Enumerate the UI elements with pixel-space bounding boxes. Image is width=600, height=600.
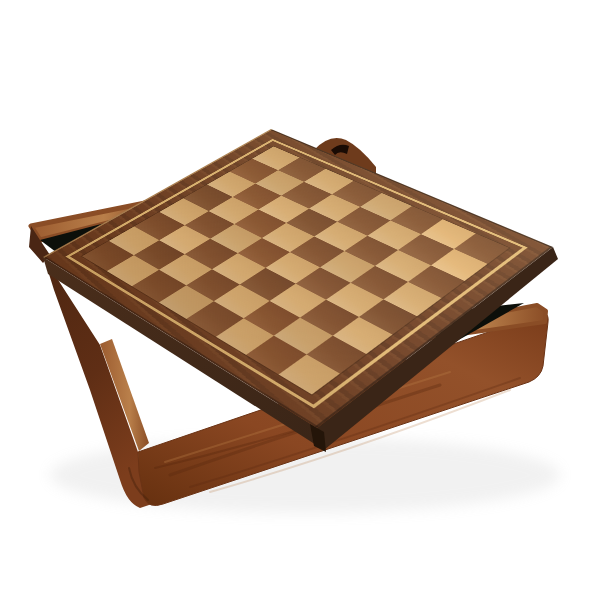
- product-photo: [0, 0, 600, 600]
